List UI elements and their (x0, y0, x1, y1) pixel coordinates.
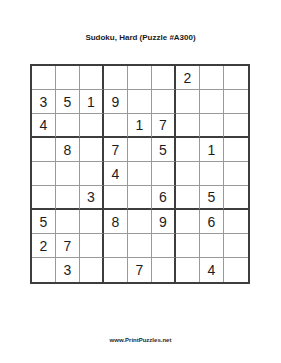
sudoku-cell-r4c3 (80, 138, 104, 162)
sudoku-cell-r2c4: 9 (104, 90, 128, 114)
sudoku-cell-r4c2: 8 (56, 138, 80, 162)
sudoku-cell-r5c3 (80, 162, 104, 186)
sudoku-cell-r7c9 (224, 210, 248, 234)
sudoku-cell-r9c7 (176, 258, 200, 282)
sudoku-cell-r5c2 (56, 162, 80, 186)
sudoku-cell-r3c4 (104, 114, 128, 138)
sudoku-cell-r3c6: 7 (152, 114, 176, 138)
sudoku-cell-r9c3 (80, 258, 104, 282)
sudoku-cell-r3c7 (176, 114, 200, 138)
sudoku-cell-r9c9 (224, 258, 248, 282)
sudoku-cell-r5c7 (176, 162, 200, 186)
sudoku-cell-r8c3 (80, 234, 104, 258)
sudoku-cell-r9c1 (32, 258, 56, 282)
sudoku-cell-r6c9 (224, 186, 248, 210)
sudoku-cell-r4c4: 7 (104, 138, 128, 162)
sudoku-cell-r7c8: 6 (200, 210, 224, 234)
sudoku-cell-r7c3 (80, 210, 104, 234)
sudoku-cell-r3c8 (200, 114, 224, 138)
sudoku-cell-r6c8: 5 (200, 186, 224, 210)
sudoku-cell-r3c3 (80, 114, 104, 138)
sudoku-board: 2351941787514365589627374 (30, 64, 250, 284)
sudoku-cell-r8c1: 2 (32, 234, 56, 258)
sudoku-cell-r7c4: 8 (104, 210, 128, 234)
footer-url: www.PrintPuzzles.net (0, 337, 281, 343)
sudoku-cell-r5c1 (32, 162, 56, 186)
sudoku-cell-r9c4 (104, 258, 128, 282)
sudoku-cell-r6c6: 6 (152, 186, 176, 210)
sudoku-cell-r3c9 (224, 114, 248, 138)
sudoku-cell-r9c6 (152, 258, 176, 282)
sudoku-cell-r7c6: 9 (152, 210, 176, 234)
sudoku-cell-r8c7 (176, 234, 200, 258)
sudoku-cell-r6c3: 3 (80, 186, 104, 210)
sudoku-cell-r7c1: 5 (32, 210, 56, 234)
sudoku-cell-r6c1 (32, 186, 56, 210)
sudoku-cell-r9c5: 7 (128, 258, 152, 282)
sudoku-cell-r5c9 (224, 162, 248, 186)
sudoku-cell-r1c4 (104, 66, 128, 90)
sudoku-cell-r2c9 (224, 90, 248, 114)
sudoku-cell-r8c6 (152, 234, 176, 258)
sudoku-cell-r8c5 (128, 234, 152, 258)
sudoku-cell-r2c1: 3 (32, 90, 56, 114)
sudoku-cell-r6c4 (104, 186, 128, 210)
sudoku-cell-r3c1: 4 (32, 114, 56, 138)
sudoku-cell-r8c8 (200, 234, 224, 258)
sudoku-cell-r2c5 (128, 90, 152, 114)
sudoku-cell-r4c9 (224, 138, 248, 162)
sudoku-cell-r1c9 (224, 66, 248, 90)
sudoku-cell-r5c4: 4 (104, 162, 128, 186)
sudoku-cell-r2c8 (200, 90, 224, 114)
sudoku-cell-r2c6 (152, 90, 176, 114)
sudoku-cell-r5c6 (152, 162, 176, 186)
sudoku-cell-r1c1 (32, 66, 56, 90)
sudoku-cell-r6c5 (128, 186, 152, 210)
sudoku-cell-r4c1 (32, 138, 56, 162)
sudoku-cell-r5c5 (128, 162, 152, 186)
sudoku-cell-r3c2 (56, 114, 80, 138)
sudoku-cell-r2c3: 1 (80, 90, 104, 114)
sudoku-cell-r1c3 (80, 66, 104, 90)
sudoku-cell-r7c7 (176, 210, 200, 234)
sudoku-cell-r8c9 (224, 234, 248, 258)
sudoku-cell-r3c5: 1 (128, 114, 152, 138)
sudoku-cell-r4c7 (176, 138, 200, 162)
sudoku-cell-r9c2: 3 (56, 258, 80, 282)
sudoku-cell-r1c2 (56, 66, 80, 90)
sudoku-cell-r5c8 (200, 162, 224, 186)
sudoku-cell-r8c4 (104, 234, 128, 258)
sudoku-cell-r4c5 (128, 138, 152, 162)
sudoku-cell-r8c2: 7 (56, 234, 80, 258)
sudoku-cell-r4c8: 1 (200, 138, 224, 162)
sudoku-cell-r6c7 (176, 186, 200, 210)
sudoku-cell-r1c5 (128, 66, 152, 90)
sudoku-cell-r7c5 (128, 210, 152, 234)
sudoku-cell-r1c6 (152, 66, 176, 90)
sudoku-cell-r7c2 (56, 210, 80, 234)
sudoku-cell-r1c7: 2 (176, 66, 200, 90)
sudoku-cell-r9c8: 4 (200, 258, 224, 282)
sudoku-cell-r2c7 (176, 90, 200, 114)
sudoku-cell-r4c6: 5 (152, 138, 176, 162)
page-title: Sudoku, Hard (Puzzle #A300) (0, 33, 281, 42)
sudoku-cell-r6c2 (56, 186, 80, 210)
sudoku-cell-r1c8 (200, 66, 224, 90)
sudoku-cell-r2c2: 5 (56, 90, 80, 114)
